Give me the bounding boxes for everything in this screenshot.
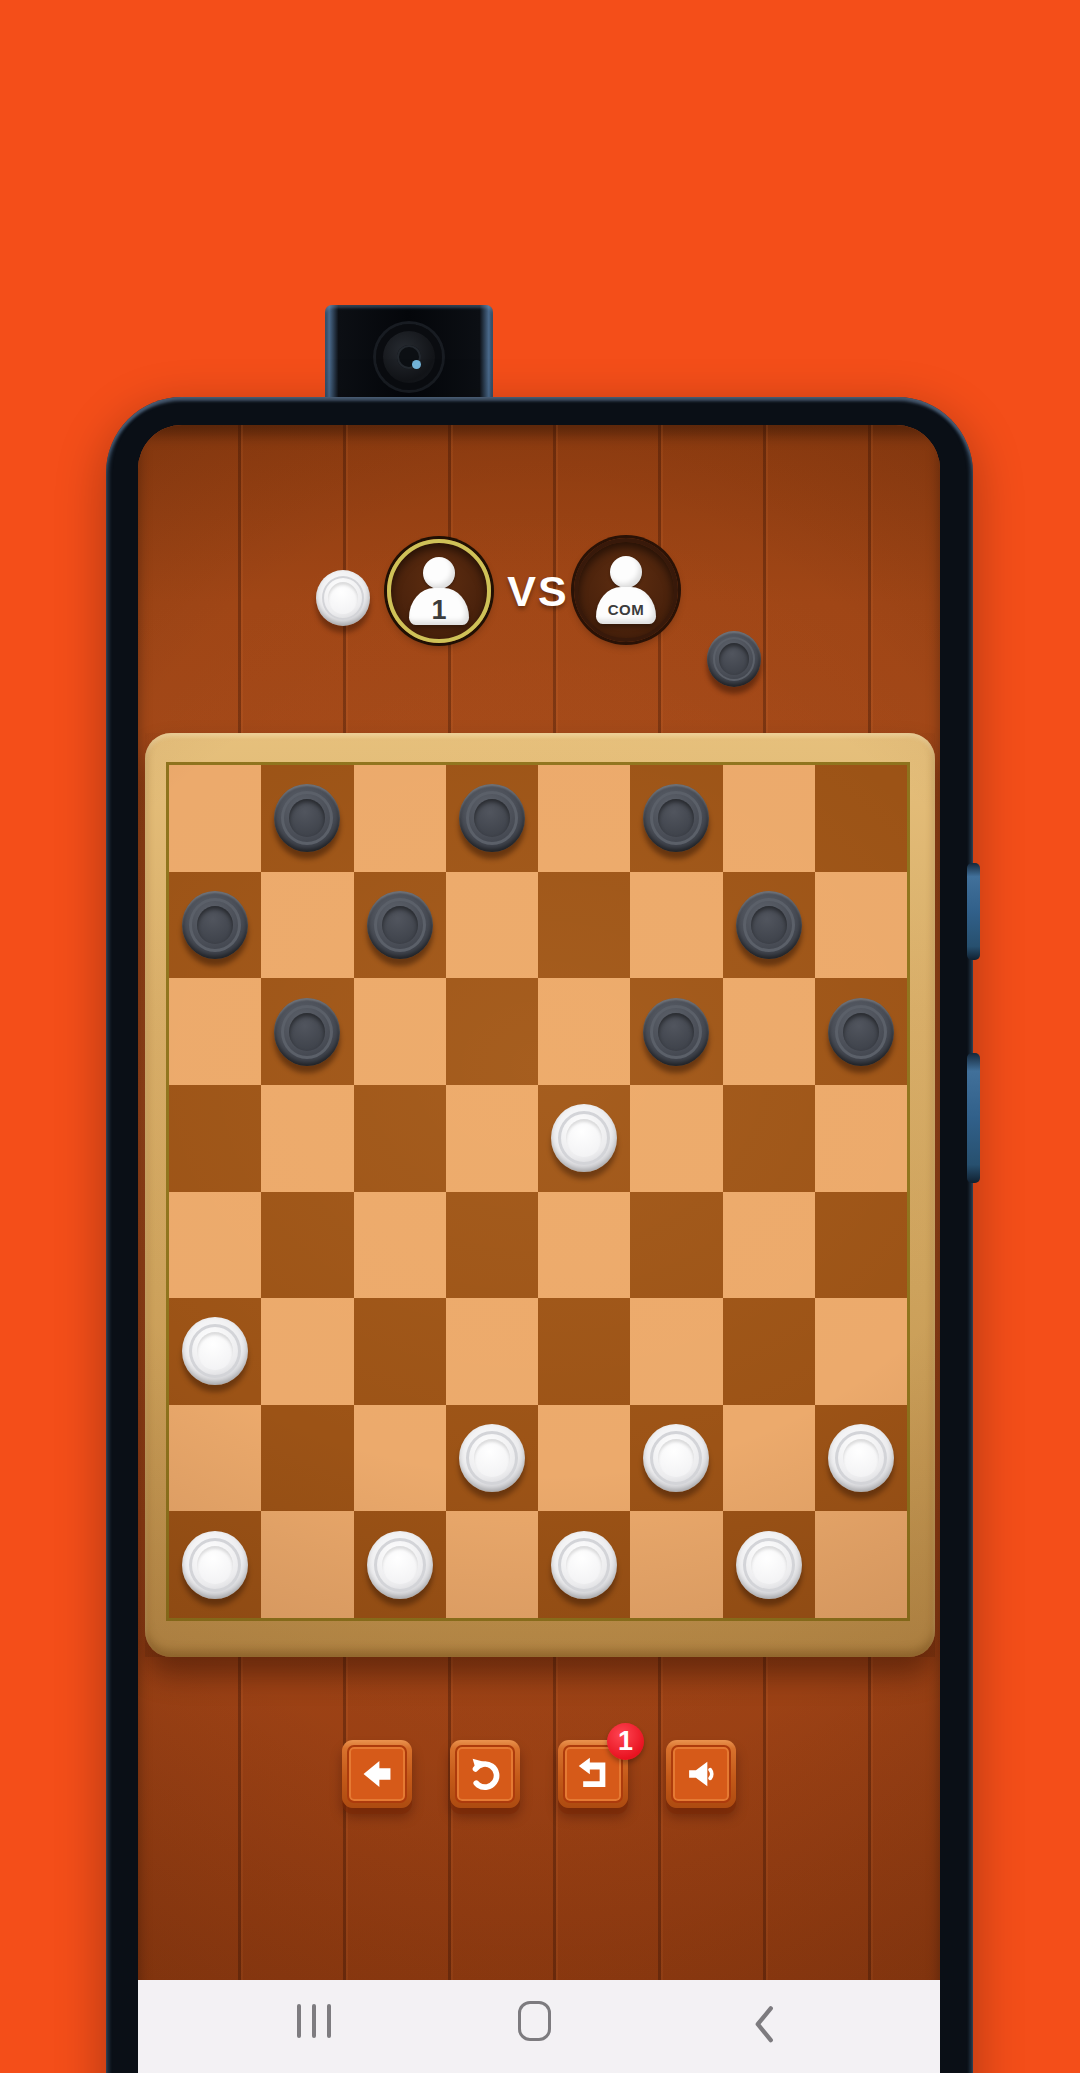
square-d4[interactable] [446,1192,538,1299]
square-a7[interactable] [169,872,261,979]
square-h5 [815,1085,907,1192]
back-arrow-icon [347,1745,407,1803]
checker-black[interactable] [182,891,248,959]
square-f3 [630,1298,722,1405]
square-b3 [261,1298,353,1405]
square-c6 [354,978,446,1085]
person-icon: 1 [408,557,470,625]
square-f2[interactable] [630,1405,722,1512]
vs-label: VS [490,567,586,616]
checker-black[interactable] [828,998,894,1066]
square-h4[interactable] [815,1192,907,1299]
square-g4 [723,1192,815,1299]
person-torso: COM [596,587,656,624]
square-h7 [815,872,907,979]
checker-white[interactable] [182,1531,248,1599]
square-g6 [723,978,815,1085]
back-chevron-icon [752,2004,778,2044]
person-torso: 1 [409,588,469,625]
square-f7 [630,872,722,979]
checker-black[interactable] [736,891,802,959]
checker-black[interactable] [274,998,340,1066]
checker-white[interactable] [459,1424,525,1492]
square-f5 [630,1085,722,1192]
sound-button[interactable] [666,1740,736,1808]
square-h3 [815,1298,907,1405]
square-h1 [815,1511,907,1618]
square-a1[interactable] [169,1511,261,1618]
square-b1 [261,1511,353,1618]
square-g1[interactable] [723,1511,815,1618]
player1-label: 1 [431,595,446,626]
square-e6 [538,978,630,1085]
square-g5[interactable] [723,1085,815,1192]
checkers-board [145,733,935,1657]
square-g7[interactable] [723,872,815,979]
speaker-icon [671,1745,731,1803]
square-d1 [446,1511,538,1618]
square-e3[interactable] [538,1298,630,1405]
restart-button[interactable] [450,1740,520,1808]
square-d3 [446,1298,538,1405]
square-g8 [723,765,815,872]
volume-button [967,863,980,960]
lens-glint [412,360,421,369]
checker-white[interactable] [551,1531,617,1599]
android-navbar [138,1980,940,2073]
square-b8[interactable] [261,765,353,872]
square-c8 [354,765,446,872]
black-checker-indicator [707,631,761,687]
person-head [610,556,642,588]
player1-avatar: 1 [387,539,491,643]
recents-button[interactable] [297,2004,331,2038]
screenshot-root: 1 VS COM [0,0,1080,2073]
square-a4 [169,1192,261,1299]
restart-icon [455,1745,515,1803]
square-b6[interactable] [261,978,353,1085]
popup-camera-module [325,305,493,409]
square-e2 [538,1405,630,1512]
phone-screen: 1 VS COM [138,425,940,2073]
square-e1[interactable] [538,1511,630,1618]
checker-white[interactable] [643,1424,709,1492]
square-d5 [446,1085,538,1192]
checker-white[interactable] [367,1531,433,1599]
camera-lens-icon [376,324,442,390]
back-button-nav[interactable] [752,2004,778,2038]
square-a2 [169,1405,261,1512]
square-b5 [261,1085,353,1192]
square-e8 [538,765,630,872]
player-bar: 1 VS COM [138,425,940,685]
square-h8[interactable] [815,765,907,872]
square-a3[interactable] [169,1298,261,1405]
person-head [423,557,455,589]
checker-black[interactable] [367,891,433,959]
square-d6[interactable] [446,978,538,1085]
checker-white[interactable] [736,1531,802,1599]
square-f1 [630,1511,722,1618]
square-e4 [538,1192,630,1299]
board-grid [166,762,910,1621]
checker-black[interactable] [643,998,709,1066]
checker-black[interactable] [643,784,709,852]
square-d8[interactable] [446,765,538,872]
home-button[interactable] [518,2001,551,2041]
checker-white[interactable] [551,1104,617,1172]
checker-black[interactable] [459,784,525,852]
square-b2[interactable] [261,1405,353,1512]
phone-frame: 1 VS COM [106,397,973,2073]
square-c2 [354,1405,446,1512]
square-a8 [169,765,261,872]
recents-icon [297,2004,301,2038]
white-checker-indicator [316,570,370,626]
checker-black[interactable] [274,784,340,852]
square-f6[interactable] [630,978,722,1085]
square-f8[interactable] [630,765,722,872]
square-g2 [723,1405,815,1512]
square-h6[interactable] [815,978,907,1085]
square-e7[interactable] [538,872,630,979]
square-g3[interactable] [723,1298,815,1405]
square-c3[interactable] [354,1298,446,1405]
square-f4[interactable] [630,1192,722,1299]
player2-avatar: COM [574,538,678,642]
undo-button[interactable]: 1 [558,1740,628,1808]
person-icon: COM [595,556,657,624]
checker-white[interactable] [828,1424,894,1492]
square-c1[interactable] [354,1511,446,1618]
square-c5[interactable] [354,1085,446,1192]
checker-white[interactable] [182,1317,248,1385]
toolbar: 1 [138,1740,940,1808]
square-a5[interactable] [169,1085,261,1192]
square-b4[interactable] [261,1192,353,1299]
square-d2[interactable] [446,1405,538,1512]
player2-label: COM [608,601,645,618]
square-c7[interactable] [354,872,446,979]
square-c4 [354,1192,446,1299]
square-b7 [261,872,353,979]
power-button [967,1053,980,1183]
square-a6 [169,978,261,1085]
square-d7 [446,872,538,979]
back-button[interactable] [342,1740,412,1808]
undo-count-badge: 1 [607,1723,644,1760]
square-e5[interactable] [538,1085,630,1192]
square-h2[interactable] [815,1405,907,1512]
